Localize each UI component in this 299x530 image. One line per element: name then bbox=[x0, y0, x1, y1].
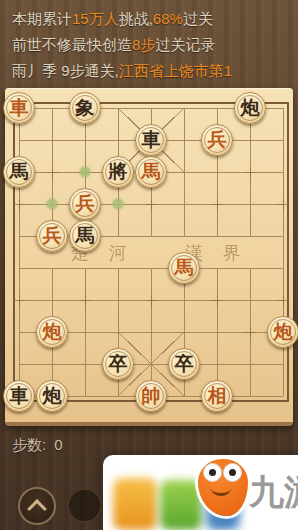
secondary-round-button[interactable] bbox=[67, 488, 102, 523]
piece-black-卒[interactable]: 卒 bbox=[102, 348, 134, 380]
text-segment: 雨丿季 9步通关, bbox=[12, 62, 119, 79]
piece-glyph: 馬 bbox=[76, 226, 95, 245]
piece-glyph: 炮 bbox=[43, 322, 62, 341]
accent-text-segment: 15万人 bbox=[72, 10, 119, 27]
mascot-eye-right bbox=[223, 463, 242, 482]
regional-rank-line: 雨丿季 9步通关,江西省上饶市第1 bbox=[12, 58, 292, 84]
piece-glyph: 車 bbox=[142, 130, 161, 149]
piece-glyph: 車 bbox=[10, 386, 29, 405]
challenge-stats-line: 本期累计15万人挑战,68%过关 bbox=[12, 6, 292, 32]
piece-glyph: 炮 bbox=[241, 98, 260, 117]
step-counter-label: 步数: bbox=[12, 436, 46, 453]
text-segment: 本期累计 bbox=[12, 10, 72, 27]
piece-black-馬[interactable]: 馬 bbox=[69, 220, 101, 252]
blurred-app-icon-orange bbox=[113, 478, 157, 530]
pieces-layer: 車象炮車兵馬將馬兵兵馬馬炮炮卒卒車炮帥相 bbox=[3, 92, 299, 412]
piece-red-馬[interactable]: 馬 bbox=[135, 156, 167, 188]
piece-glyph: 兵 bbox=[76, 194, 95, 213]
piece-black-炮[interactable]: 炮 bbox=[36, 380, 68, 412]
challenge-header: 本期累计15万人挑战,68%过关 前世不修最快创造8步过关记录 雨丿季 9步通关… bbox=[12, 6, 292, 84]
piece-black-象[interactable]: 象 bbox=[69, 92, 101, 124]
text-segment: 挑战, bbox=[119, 10, 153, 27]
piece-glyph: 車 bbox=[10, 98, 29, 117]
piece-red-車[interactable]: 車 bbox=[3, 92, 35, 124]
step-counter-value: 0 bbox=[54, 436, 62, 453]
piece-red-炮[interactable]: 炮 bbox=[267, 316, 298, 348]
piece-glyph: 卒 bbox=[109, 354, 128, 373]
piece-glyph: 兵 bbox=[208, 130, 227, 149]
piece-black-將[interactable]: 將 bbox=[102, 156, 134, 188]
piece-glyph: 炮 bbox=[43, 386, 62, 405]
piece-black-車[interactable]: 車 bbox=[135, 124, 167, 156]
chevron-up-icon bbox=[27, 499, 47, 519]
piece-glyph: 兵 bbox=[43, 226, 62, 245]
piece-red-兵[interactable]: 兵 bbox=[201, 124, 233, 156]
text-segment: 前世不修最快创造 bbox=[12, 36, 132, 53]
piece-glyph: 馬 bbox=[142, 162, 161, 181]
record-line: 前世不修最快创造8步过关记录 bbox=[12, 32, 292, 58]
piece-red-兵[interactable]: 兵 bbox=[69, 188, 101, 220]
piece-glyph: 炮 bbox=[274, 322, 293, 341]
mascot-eye-left bbox=[203, 463, 222, 482]
piece-black-馬[interactable]: 馬 bbox=[3, 156, 35, 188]
piece-black-炮[interactable]: 炮 bbox=[234, 92, 266, 124]
piece-red-相[interactable]: 相 bbox=[201, 380, 233, 412]
scroll-top-button[interactable] bbox=[18, 487, 56, 525]
piece-black-卒[interactable]: 卒 bbox=[168, 348, 200, 380]
accent-text-segment: 江西省上饶市第1 bbox=[119, 62, 232, 79]
piece-red-兵[interactable]: 兵 bbox=[36, 220, 68, 252]
piece-glyph: 將 bbox=[109, 162, 128, 181]
piece-red-馬[interactable]: 馬 bbox=[168, 252, 200, 284]
piece-glyph: 相 bbox=[208, 386, 227, 405]
mascot-smile bbox=[211, 481, 231, 496]
blurred-app-icon-green bbox=[160, 480, 202, 530]
jiuyou-watermark: 九游 bbox=[103, 455, 298, 530]
text-segment: 过关记录 bbox=[155, 36, 215, 53]
piece-red-炮[interactable]: 炮 bbox=[36, 316, 68, 348]
piece-glyph: 馬 bbox=[175, 258, 194, 277]
piece-glyph: 馬 bbox=[10, 162, 29, 181]
step-counter: 步数:0 bbox=[12, 436, 63, 455]
piece-glyph: 卒 bbox=[175, 354, 194, 373]
piece-glyph: 帥 bbox=[142, 386, 161, 405]
accent-text-segment: 68% bbox=[153, 10, 183, 27]
piece-red-帥[interactable]: 帥 bbox=[135, 380, 167, 412]
xiangqi-board[interactable]: 楚 河 漢 界 車象炮車兵馬將馬兵兵馬馬炮炮卒卒車炮帥相 bbox=[5, 88, 293, 426]
piece-glyph: 象 bbox=[76, 98, 95, 117]
app-screen: 本期累计15万人挑战,68%过关 前世不修最快创造8步过关记录 雨丿季 9步通关… bbox=[0, 0, 298, 530]
accent-text-segment: 8步 bbox=[132, 36, 155, 53]
piece-black-車[interactable]: 車 bbox=[3, 380, 35, 412]
text-segment: 过关 bbox=[183, 10, 213, 27]
jiuyou-brand-text: 九游 bbox=[249, 469, 298, 516]
